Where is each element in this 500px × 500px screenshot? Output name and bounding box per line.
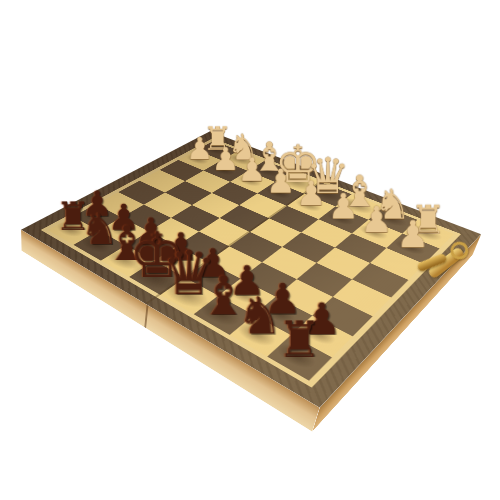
square-e8	[129, 261, 185, 295]
square-d5	[230, 232, 282, 262]
chess-board-grid	[48, 141, 454, 381]
square-d6	[208, 246, 262, 278]
square-b7	[253, 296, 313, 335]
square-a7	[291, 315, 353, 357]
chess-set-photo: ♜♞♝♚♛♝♞♜♟♟♟♟♟♟♟♟♟♟♟♟♟♟♟♟♜♞♝♚♛♝♞♜	[0, 0, 500, 500]
square-c5	[262, 247, 316, 279]
square-b8	[229, 315, 291, 357]
square-a8	[268, 335, 332, 380]
square-f7	[125, 231, 177, 261]
square-b3	[334, 233, 387, 263]
square-a6	[313, 297, 373, 336]
square-d7	[185, 262, 241, 296]
square-b5	[296, 263, 352, 297]
square-b4	[316, 247, 370, 279]
square-c7	[218, 278, 276, 314]
square-b6	[275, 279, 333, 316]
folding-chess-board: ♜♞♝♚♛♝♞♜♟♟♟♟♟♟♟♟♟♟♟♟♟♟♟♟♜♞♝♚♛♝♞♜	[21, 131, 481, 408]
square-c6	[241, 262, 297, 296]
square-f8	[100, 245, 154, 277]
square-c4	[282, 232, 334, 262]
square-a5	[333, 279, 391, 316]
fold-seam-front	[144, 305, 148, 329]
square-c8	[194, 296, 254, 335]
board-scene: ♜♞♝♚♛♝♞♜♟♟♟♟♟♟♟♟♟♟♟♟♟♟♟♟♜♞♝♚♛♝♞♜	[88, 70, 412, 394]
square-e7	[154, 246, 208, 278]
square-e6	[177, 232, 229, 262]
square-g8	[73, 231, 125, 261]
square-d8	[160, 278, 217, 314]
square-a4	[352, 263, 408, 297]
